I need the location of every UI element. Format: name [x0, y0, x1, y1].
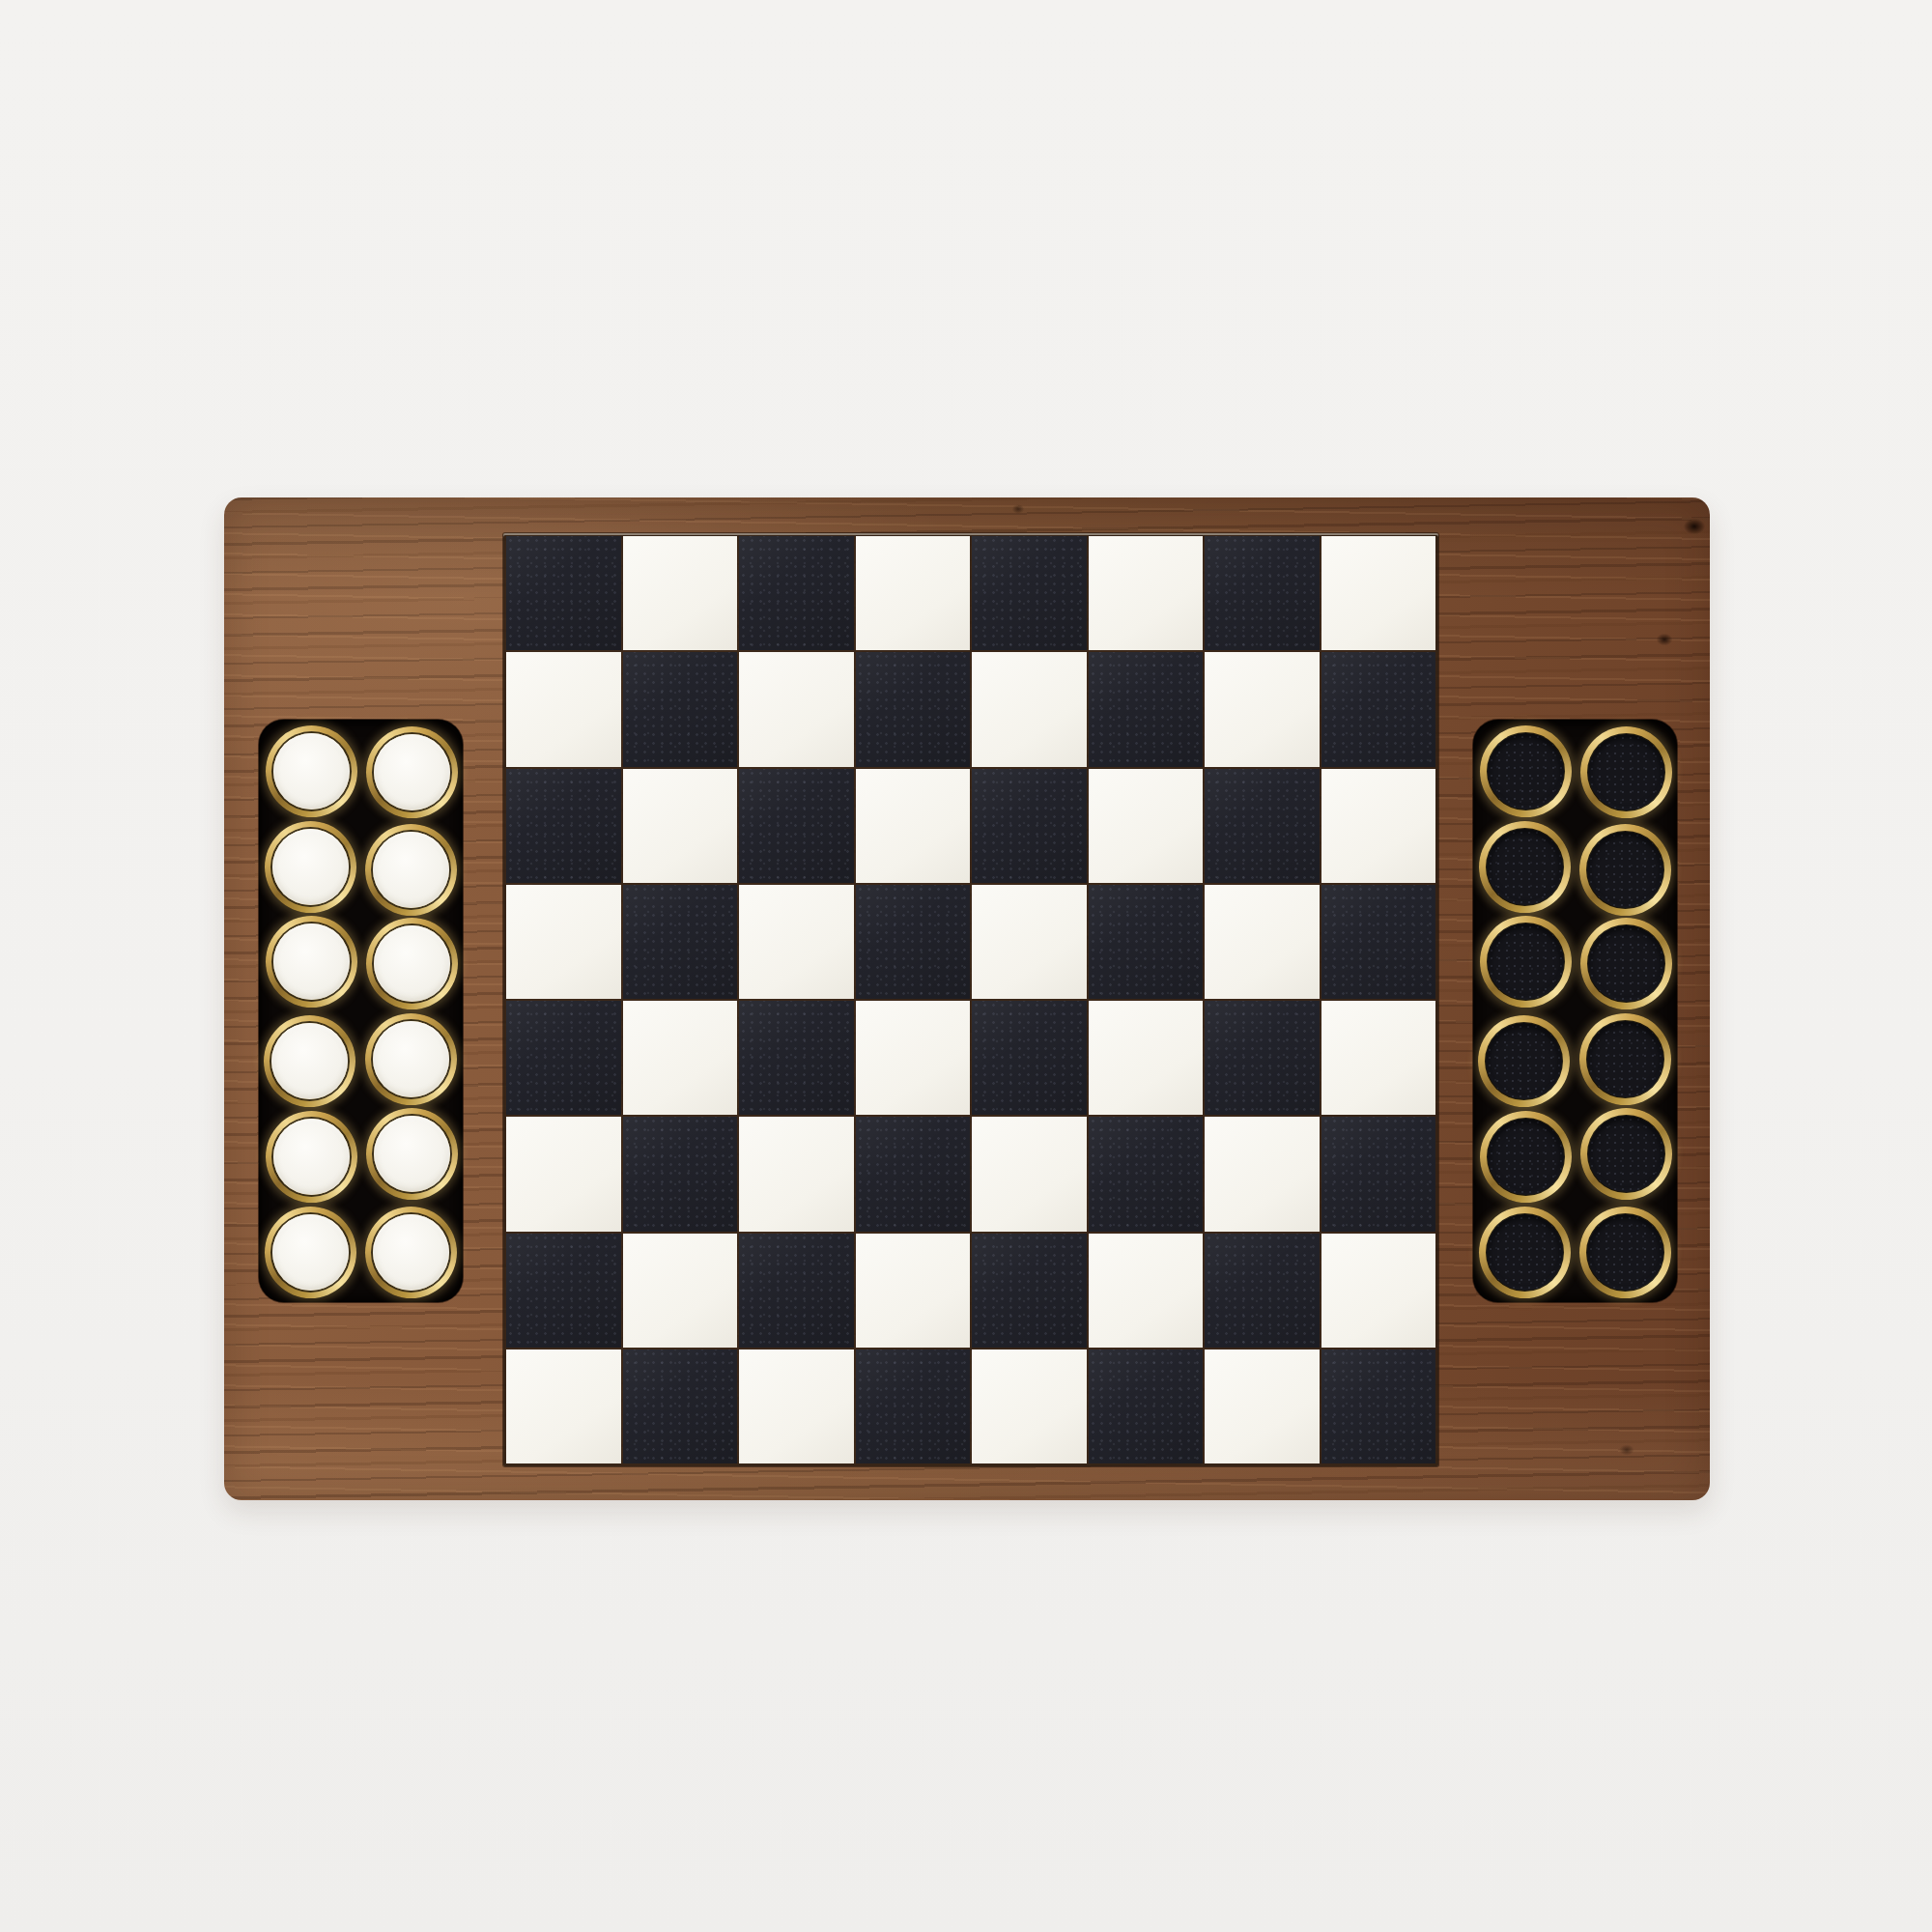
square-g7[interactable] — [1205, 652, 1320, 766]
square-f3[interactable] — [1089, 1117, 1204, 1231]
black-piece-1[interactable] — [1480, 725, 1572, 817]
product-backdrop — [0, 0, 1932, 1932]
white-piece-3[interactable] — [265, 821, 356, 913]
black-piece-11[interactable] — [1479, 1207, 1571, 1298]
white-piece-tray — [259, 720, 463, 1302]
square-d7[interactable] — [856, 652, 971, 766]
square-c6[interactable] — [739, 769, 854, 883]
square-f4[interactable] — [1089, 1001, 1204, 1115]
square-d1[interactable] — [856, 1350, 971, 1463]
square-a1[interactable] — [506, 1350, 621, 1463]
square-e6[interactable] — [972, 769, 1087, 883]
square-g1[interactable] — [1205, 1350, 1320, 1463]
black-piece-4[interactable] — [1579, 824, 1671, 916]
black-piece-tray — [1473, 720, 1677, 1302]
white-piece-11[interactable] — [265, 1207, 356, 1298]
black-piece-9[interactable] — [1480, 1111, 1572, 1203]
square-d3[interactable] — [856, 1117, 971, 1231]
square-d4[interactable] — [856, 1001, 971, 1115]
square-c5[interactable] — [739, 885, 854, 999]
square-c3[interactable] — [739, 1117, 854, 1231]
square-c4[interactable] — [739, 1001, 854, 1115]
black-piece-5[interactable] — [1480, 916, 1572, 1008]
square-f2[interactable] — [1089, 1234, 1204, 1348]
square-h6[interactable] — [1321, 769, 1436, 883]
square-b4[interactable] — [623, 1001, 738, 1115]
square-g4[interactable] — [1205, 1001, 1320, 1115]
square-b3[interactable] — [623, 1117, 738, 1231]
square-d6[interactable] — [856, 769, 971, 883]
square-h3[interactable] — [1321, 1117, 1436, 1231]
square-f6[interactable] — [1089, 769, 1204, 883]
square-e4[interactable] — [972, 1001, 1087, 1115]
square-e7[interactable] — [972, 652, 1087, 766]
square-b2[interactable] — [623, 1234, 738, 1348]
square-b5[interactable] — [623, 885, 738, 999]
square-e5[interactable] — [972, 885, 1087, 999]
square-b1[interactable] — [623, 1350, 738, 1463]
square-d8[interactable] — [856, 536, 971, 650]
square-g3[interactable] — [1205, 1117, 1320, 1231]
black-piece-3[interactable] — [1479, 821, 1571, 913]
square-b8[interactable] — [623, 536, 738, 650]
square-g5[interactable] — [1205, 885, 1320, 999]
square-f5[interactable] — [1089, 885, 1204, 999]
white-piece-5[interactable] — [266, 916, 357, 1008]
white-piece-2[interactable] — [366, 726, 458, 818]
checkers-board — [224, 497, 1710, 1500]
square-c8[interactable] — [739, 536, 854, 650]
white-piece-1[interactable] — [266, 725, 357, 817]
square-f8[interactable] — [1089, 536, 1204, 650]
white-piece-4[interactable] — [365, 824, 457, 916]
square-a2[interactable] — [506, 1234, 621, 1348]
square-e3[interactable] — [972, 1117, 1087, 1231]
black-piece-12[interactable] — [1579, 1207, 1671, 1298]
black-piece-7[interactable] — [1478, 1015, 1570, 1107]
square-c2[interactable] — [739, 1234, 854, 1348]
square-a8[interactable] — [506, 536, 621, 650]
white-piece-10[interactable] — [366, 1108, 458, 1200]
square-h2[interactable] — [1321, 1234, 1436, 1348]
square-b6[interactable] — [623, 769, 738, 883]
square-h8[interactable] — [1321, 536, 1436, 650]
square-b7[interactable] — [623, 652, 738, 766]
white-piece-6[interactable] — [366, 918, 458, 1009]
square-h7[interactable] — [1321, 652, 1436, 766]
square-h5[interactable] — [1321, 885, 1436, 999]
white-piece-8[interactable] — [365, 1013, 457, 1105]
black-piece-10[interactable] — [1580, 1108, 1672, 1200]
square-h1[interactable] — [1321, 1350, 1436, 1463]
square-a4[interactable] — [506, 1001, 621, 1115]
square-g6[interactable] — [1205, 769, 1320, 883]
black-piece-2[interactable] — [1580, 726, 1672, 818]
square-a7[interactable] — [506, 652, 621, 766]
white-piece-12[interactable] — [365, 1207, 457, 1298]
square-g8[interactable] — [1205, 536, 1320, 650]
playing-surface — [503, 533, 1438, 1466]
square-f7[interactable] — [1089, 652, 1204, 766]
square-d2[interactable] — [856, 1234, 971, 1348]
square-g2[interactable] — [1205, 1234, 1320, 1348]
square-f1[interactable] — [1089, 1350, 1204, 1463]
square-c7[interactable] — [739, 652, 854, 766]
square-e2[interactable] — [972, 1234, 1087, 1348]
white-piece-7[interactable] — [264, 1015, 355, 1107]
square-a3[interactable] — [506, 1117, 621, 1231]
white-piece-9[interactable] — [266, 1111, 357, 1203]
square-c1[interactable] — [739, 1350, 854, 1463]
square-a5[interactable] — [506, 885, 621, 999]
black-piece-8[interactable] — [1579, 1013, 1671, 1105]
square-d5[interactable] — [856, 885, 971, 999]
square-e8[interactable] — [972, 536, 1087, 650]
square-a6[interactable] — [506, 769, 621, 883]
square-h4[interactable] — [1321, 1001, 1436, 1115]
black-piece-6[interactable] — [1580, 918, 1672, 1009]
square-e1[interactable] — [972, 1350, 1087, 1463]
